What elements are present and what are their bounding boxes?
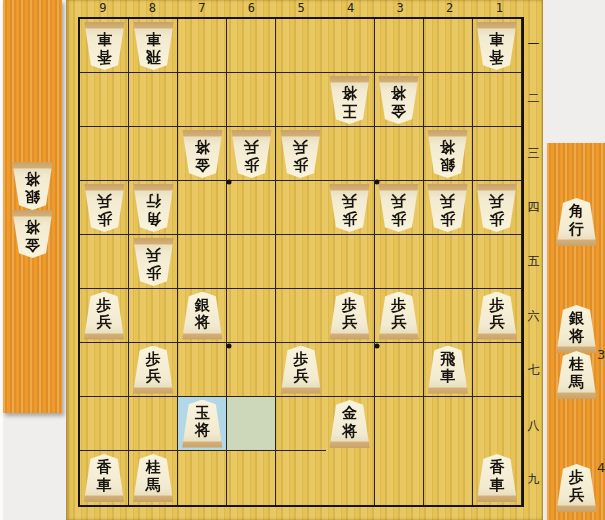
square-96[interactable]: 歩兵 xyxy=(80,289,129,343)
square-34[interactable]: 歩兵 xyxy=(375,181,424,235)
sente-歩兵-piece[interactable]: 歩兵 xyxy=(556,464,597,512)
sente-玉将-piece[interactable]: 玉将 xyxy=(182,400,223,448)
sente-香車-piece[interactable]: 香車 xyxy=(476,454,517,502)
square-66[interactable] xyxy=(227,289,276,343)
piece-kanji: 歩 xyxy=(146,351,161,369)
square-23[interactable]: 銀将 xyxy=(424,127,473,181)
gote-銀将-piece[interactable]: 銀将 xyxy=(427,130,468,178)
square-47[interactable] xyxy=(326,343,375,397)
piece-kanji: 歩 xyxy=(569,469,584,487)
square-51[interactable] xyxy=(276,19,325,73)
sente-角行-piece[interactable]: 角行 xyxy=(556,198,597,246)
gote-komadai: 銀将金将 xyxy=(3,0,62,413)
gote-歩兵-piece[interactable]: 歩兵 xyxy=(378,184,419,232)
rank-label-8: 八 xyxy=(524,398,543,452)
captured-count-桂馬: 3 xyxy=(597,347,605,362)
gote-歩兵-piece[interactable]: 歩兵 xyxy=(231,130,272,178)
piece-kanji: 香 xyxy=(97,459,112,477)
square-46[interactable]: 歩兵 xyxy=(326,289,375,343)
gote-歩兵-piece[interactable]: 歩兵 xyxy=(280,130,321,178)
square-94[interactable]: 歩兵 xyxy=(80,181,129,235)
piece-kanji: 兵 xyxy=(293,368,308,386)
piece-kanji: 歩 xyxy=(440,209,455,227)
piece-kanji: 車 xyxy=(97,477,112,495)
sente-歩兵-piece[interactable]: 歩兵 xyxy=(280,346,321,394)
square-75[interactable] xyxy=(178,235,227,289)
sente-香車-piece[interactable]: 香車 xyxy=(84,454,125,502)
hoshi-dot xyxy=(226,180,231,185)
sente-komadai: 角行銀将桂馬歩兵34 xyxy=(547,143,605,520)
rank-label-1: 一 xyxy=(524,17,543,71)
square-59[interactable] xyxy=(276,451,325,505)
gote-王将-piece[interactable]: 王将 xyxy=(329,76,370,124)
sente-歩兵-piece[interactable]: 歩兵 xyxy=(84,292,125,340)
square-57[interactable]: 歩兵 xyxy=(276,343,325,397)
file-label-9: 9 xyxy=(78,0,128,17)
square-62[interactable] xyxy=(227,73,276,127)
square-86[interactable] xyxy=(129,289,178,343)
square-82[interactable] xyxy=(129,73,178,127)
rank-labels: 一二三四五六七八九 xyxy=(524,17,543,507)
square-43[interactable] xyxy=(326,127,375,181)
square-68[interactable] xyxy=(227,397,276,451)
square-39[interactable] xyxy=(375,451,424,505)
square-54[interactable] xyxy=(276,181,325,235)
sente-銀将-piece[interactable]: 銀将 xyxy=(182,292,223,340)
file-label-5: 5 xyxy=(276,0,326,17)
rank-label-9: 九 xyxy=(524,453,543,507)
gote-香車-piece[interactable]: 香車 xyxy=(84,22,125,70)
sente-金将-piece[interactable]: 金将 xyxy=(329,400,370,448)
gote-角行-piece[interactable]: 角行 xyxy=(133,184,174,232)
piece-kanji: 銀 xyxy=(569,310,584,328)
sente-歩兵-piece[interactable]: 歩兵 xyxy=(133,346,174,394)
square-74[interactable] xyxy=(178,181,227,235)
piece-kanji: 王 xyxy=(342,101,357,119)
gote-香車-piece[interactable]: 香車 xyxy=(476,22,517,70)
piece-kanji: 銀 xyxy=(440,155,455,173)
piece-kanji: 将 xyxy=(195,314,210,332)
piece-kanji: 金 xyxy=(25,235,40,253)
square-49[interactable] xyxy=(326,451,375,505)
square-36[interactable]: 歩兵 xyxy=(375,289,424,343)
square-76[interactable]: 銀将 xyxy=(178,289,227,343)
piece-kanji: 香 xyxy=(97,47,112,65)
rank-label-4: 四 xyxy=(524,180,543,234)
square-16[interactable]: 歩兵 xyxy=(473,289,522,343)
file-label-7: 7 xyxy=(177,0,227,17)
rank-label-6: 六 xyxy=(524,289,543,343)
piece-kanji: 角 xyxy=(146,209,161,227)
square-97[interactable] xyxy=(80,343,129,397)
piece-kanji: 兵 xyxy=(342,191,357,209)
square-92[interactable] xyxy=(80,73,129,127)
piece-kanji: 兵 xyxy=(244,137,259,155)
square-48[interactable]: 金将 xyxy=(326,397,375,451)
piece-kanji: 歩 xyxy=(97,209,112,227)
piece-kanji: 歩 xyxy=(489,297,504,315)
piece-kanji: 金 xyxy=(342,405,357,423)
square-11[interactable]: 香車 xyxy=(473,19,522,73)
file-label-1: 1 xyxy=(475,0,525,17)
shogi-board: 987654321 一二三四五六七八九 香車飛車香車王将金将金将歩兵歩兵銀将歩兵… xyxy=(66,0,543,520)
rank-label-3: 三 xyxy=(524,126,543,180)
square-89[interactable]: 桂馬 xyxy=(129,451,178,505)
square-35[interactable] xyxy=(375,235,424,289)
square-41[interactable] xyxy=(326,19,375,73)
square-83[interactable] xyxy=(129,127,178,181)
piece-kanji: 歩 xyxy=(244,155,259,173)
rank-label-2: 二 xyxy=(524,71,543,125)
square-81[interactable]: 飛車 xyxy=(129,19,178,73)
piece-kanji: 香 xyxy=(489,459,504,477)
square-95[interactable] xyxy=(80,235,129,289)
piece-kanji: 金 xyxy=(195,155,210,173)
sente-桂馬-piece[interactable]: 桂馬 xyxy=(133,454,174,502)
gote-歩兵-piece[interactable]: 歩兵 xyxy=(329,184,370,232)
file-label-8: 8 xyxy=(128,0,178,17)
sente-桂馬-piece[interactable]: 桂馬 xyxy=(556,351,597,399)
piece-kanji: 桂 xyxy=(569,356,584,374)
square-42[interactable]: 王将 xyxy=(326,73,375,127)
piece-kanji: 歩 xyxy=(391,209,406,227)
square-52[interactable] xyxy=(276,73,325,127)
square-32[interactable]: 金将 xyxy=(375,73,424,127)
sente-歩兵-piece[interactable]: 歩兵 xyxy=(476,292,517,340)
square-28[interactable] xyxy=(424,397,473,451)
piece-kanji: 将 xyxy=(342,423,357,441)
square-93[interactable] xyxy=(80,127,129,181)
file-label-4: 4 xyxy=(326,0,376,17)
square-33[interactable] xyxy=(375,127,424,181)
gote-歩兵-piece[interactable]: 歩兵 xyxy=(476,184,517,232)
piece-kanji: 行 xyxy=(146,191,161,209)
hoshi-dot xyxy=(226,343,231,348)
sente-歩兵-piece[interactable]: 歩兵 xyxy=(378,292,419,340)
square-37[interactable] xyxy=(375,343,424,397)
square-98[interactable] xyxy=(80,397,129,451)
piece-kanji: 歩 xyxy=(342,297,357,315)
file-labels: 987654321 xyxy=(78,0,524,17)
piece-kanji: 歩 xyxy=(293,351,308,369)
square-88[interactable] xyxy=(129,397,178,451)
piece-kanji: 車 xyxy=(489,29,504,47)
square-78[interactable]: 玉将 xyxy=(178,397,227,451)
piece-kanji: 馬 xyxy=(569,374,584,392)
piece-kanji: 玉 xyxy=(195,405,210,423)
square-65[interactable] xyxy=(227,235,276,289)
square-77[interactable] xyxy=(178,343,227,397)
piece-kanji: 馬 xyxy=(146,477,161,495)
square-58[interactable] xyxy=(276,397,325,451)
file-label-2: 2 xyxy=(425,0,475,17)
piece-kanji: 将 xyxy=(25,218,40,236)
square-45[interactable] xyxy=(326,235,375,289)
square-85[interactable]: 歩兵 xyxy=(129,235,178,289)
piece-kanji: 兵 xyxy=(342,314,357,332)
square-64[interactable] xyxy=(227,181,276,235)
piece-kanji: 飛 xyxy=(146,47,161,65)
captured-count-歩兵: 4 xyxy=(597,460,605,475)
square-67[interactable] xyxy=(227,343,276,397)
piece-kanji: 車 xyxy=(97,29,112,47)
square-61[interactable] xyxy=(227,19,276,73)
square-21[interactable] xyxy=(424,19,473,73)
rank-label-5: 五 xyxy=(524,235,543,289)
piece-kanji: 兵 xyxy=(391,191,406,209)
piece-kanji: 香 xyxy=(489,47,504,65)
piece-kanji: 飛 xyxy=(440,351,455,369)
gote-金将-piece[interactable]: 金将 xyxy=(378,76,419,124)
square-27[interactable]: 飛車 xyxy=(424,343,473,397)
square-38[interactable] xyxy=(375,397,424,451)
piece-kanji: 銀 xyxy=(25,187,40,205)
piece-kanji: 車 xyxy=(489,477,504,495)
square-29[interactable] xyxy=(424,451,473,505)
square-13[interactable] xyxy=(473,127,522,181)
gote-金将-piece[interactable]: 金将 xyxy=(182,130,223,178)
square-24[interactable]: 歩兵 xyxy=(424,181,473,235)
piece-kanji: 兵 xyxy=(97,314,112,332)
gote-歩兵-piece[interactable]: 歩兵 xyxy=(84,184,125,232)
piece-kanji: 歩 xyxy=(97,297,112,315)
file-label-3: 3 xyxy=(375,0,425,17)
piece-kanji: 兵 xyxy=(440,191,455,209)
square-14[interactable]: 歩兵 xyxy=(473,181,522,235)
square-56[interactable] xyxy=(276,289,325,343)
square-18[interactable] xyxy=(473,397,522,451)
square-79[interactable] xyxy=(178,451,227,505)
piece-kanji: 兵 xyxy=(293,137,308,155)
piece-kanji: 金 xyxy=(391,101,406,119)
gote-銀将-piece[interactable]: 銀将 xyxy=(12,162,53,210)
sente-歩兵-piece[interactable]: 歩兵 xyxy=(329,292,370,340)
piece-kanji: 桂 xyxy=(146,459,161,477)
piece-kanji: 将 xyxy=(342,83,357,101)
square-26[interactable] xyxy=(424,289,473,343)
board-grid: 香車飛車香車王将金将金将歩兵歩兵銀将歩兵角行歩兵歩兵歩兵歩兵歩兵歩兵銀将歩兵歩兵… xyxy=(78,17,524,507)
square-12[interactable] xyxy=(473,73,522,127)
square-73[interactable]: 金将 xyxy=(178,127,227,181)
square-91[interactable]: 香車 xyxy=(80,19,129,73)
piece-kanji: 兵 xyxy=(146,245,161,263)
gote-歩兵-piece[interactable]: 歩兵 xyxy=(133,238,174,286)
piece-kanji: 将 xyxy=(391,83,406,101)
piece-kanji: 将 xyxy=(195,422,210,440)
piece-kanji: 兵 xyxy=(391,314,406,332)
piece-kanji: 将 xyxy=(195,137,210,155)
square-15[interactable] xyxy=(473,235,522,289)
piece-kanji: 角 xyxy=(569,203,584,221)
piece-kanji: 歩 xyxy=(342,209,357,227)
sente-飛車-piece[interactable]: 飛車 xyxy=(427,346,468,394)
square-71[interactable] xyxy=(178,19,227,73)
piece-kanji: 兵 xyxy=(489,314,504,332)
piece-kanji: 車 xyxy=(440,368,455,386)
piece-kanji: 兵 xyxy=(97,191,112,209)
piece-kanji: 兵 xyxy=(569,487,584,505)
piece-kanji: 歩 xyxy=(489,209,504,227)
sente-銀将-piece[interactable]: 銀将 xyxy=(556,305,597,353)
piece-kanji: 車 xyxy=(146,29,161,47)
square-31[interactable] xyxy=(375,19,424,73)
hoshi-dot xyxy=(375,343,380,348)
square-63[interactable]: 歩兵 xyxy=(227,127,276,181)
piece-kanji: 歩 xyxy=(293,155,308,173)
piece-kanji: 銀 xyxy=(195,297,210,315)
piece-kanji: 兵 xyxy=(146,368,161,386)
square-69[interactable] xyxy=(227,451,276,505)
gote-金将-piece[interactable]: 金将 xyxy=(12,210,53,258)
piece-kanji: 将 xyxy=(25,170,40,188)
square-53[interactable]: 歩兵 xyxy=(276,127,325,181)
square-87[interactable]: 歩兵 xyxy=(129,343,178,397)
gote-歩兵-piece[interactable]: 歩兵 xyxy=(427,184,468,232)
square-72[interactable] xyxy=(178,73,227,127)
square-44[interactable]: 歩兵 xyxy=(326,181,375,235)
file-label-6: 6 xyxy=(227,0,277,17)
square-25[interactable] xyxy=(424,235,473,289)
piece-kanji: 行 xyxy=(569,221,584,239)
gote-飛車-piece[interactable]: 飛車 xyxy=(133,22,174,70)
square-55[interactable] xyxy=(276,235,325,289)
rank-label-7: 七 xyxy=(524,344,543,398)
square-84[interactable]: 角行 xyxy=(129,181,178,235)
piece-kanji: 歩 xyxy=(146,263,161,281)
square-17[interactable] xyxy=(473,343,522,397)
piece-kanji: 将 xyxy=(440,137,455,155)
piece-kanji: 将 xyxy=(569,328,584,346)
square-19[interactable]: 香車 xyxy=(473,451,522,505)
square-99[interactable]: 香車 xyxy=(80,451,129,505)
piece-kanji: 兵 xyxy=(489,191,504,209)
piece-kanji: 歩 xyxy=(391,297,406,315)
square-22[interactable] xyxy=(424,73,473,127)
